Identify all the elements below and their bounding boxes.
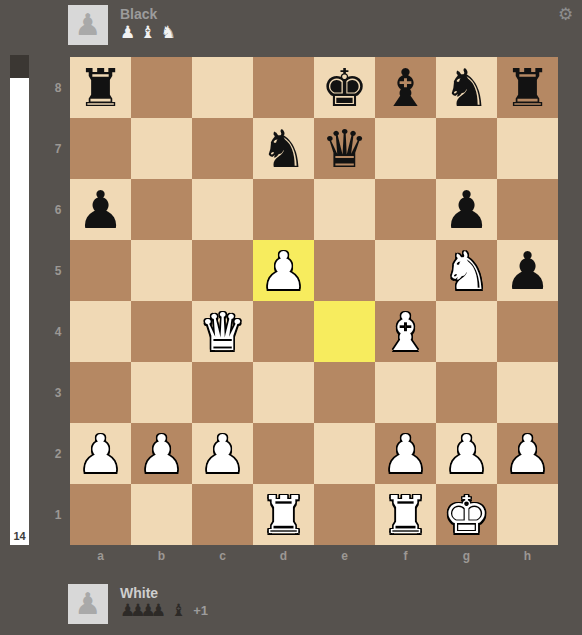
rank-label-7: 7 bbox=[48, 118, 68, 179]
square-h4[interactable] bbox=[497, 301, 558, 362]
square-f5[interactable] bbox=[375, 240, 436, 301]
piece-black-rook[interactable]: ♜ bbox=[497, 57, 558, 118]
square-g8[interactable]: ♞ bbox=[436, 57, 497, 118]
square-c4[interactable]: ♛ bbox=[192, 301, 253, 362]
captured-pawn-icon: ♟ bbox=[120, 24, 135, 41]
piece-black-pawn[interactable]: ♟ bbox=[70, 179, 131, 240]
piece-white-pawn[interactable]: ♟ bbox=[131, 423, 192, 484]
square-g4[interactable] bbox=[436, 301, 497, 362]
square-f3[interactable] bbox=[375, 362, 436, 423]
square-a3[interactable] bbox=[70, 362, 131, 423]
material-advantage: +1 bbox=[193, 603, 208, 618]
square-b8[interactable] bbox=[131, 57, 192, 118]
square-a7[interactable] bbox=[70, 118, 131, 179]
square-a4[interactable] bbox=[70, 301, 131, 362]
piece-white-rook[interactable]: ♜ bbox=[253, 484, 314, 545]
square-b6[interactable] bbox=[131, 179, 192, 240]
square-a1[interactable] bbox=[70, 484, 131, 545]
piece-white-rook[interactable]: ♜ bbox=[375, 484, 436, 545]
rank-label-6: 6 bbox=[48, 179, 68, 240]
square-a5[interactable] bbox=[70, 240, 131, 301]
square-f4[interactable]: ♝ bbox=[375, 301, 436, 362]
piece-black-rook[interactable]: ♜ bbox=[70, 57, 131, 118]
rank-label-5: 5 bbox=[48, 240, 68, 301]
square-a2[interactable]: ♟ bbox=[70, 423, 131, 484]
square-d6[interactable] bbox=[253, 179, 314, 240]
piece-black-pawn[interactable]: ♟ bbox=[436, 179, 497, 240]
square-e2[interactable] bbox=[314, 423, 375, 484]
evaluation-bar-black-segment bbox=[10, 55, 29, 78]
square-e6[interactable] bbox=[314, 179, 375, 240]
piece-black-pawn[interactable]: ♟ bbox=[497, 240, 558, 301]
square-f1[interactable]: ♜ bbox=[375, 484, 436, 545]
square-d7[interactable]: ♞ bbox=[253, 118, 314, 179]
piece-black-knight[interactable]: ♞ bbox=[253, 118, 314, 179]
square-g2[interactable]: ♟ bbox=[436, 423, 497, 484]
square-g5[interactable]: ♞ bbox=[436, 240, 497, 301]
piece-white-pawn[interactable]: ♟ bbox=[70, 423, 131, 484]
square-d4[interactable] bbox=[253, 301, 314, 362]
square-d1[interactable]: ♜ bbox=[253, 484, 314, 545]
captured-bishop-icon: ♝ bbox=[140, 24, 155, 41]
square-e5[interactable] bbox=[314, 240, 375, 301]
black-player-name: Black bbox=[120, 6, 157, 22]
square-b2[interactable]: ♟ bbox=[131, 423, 192, 484]
black-captured-row: ♟♝♞ bbox=[120, 22, 176, 42]
piece-white-pawn[interactable]: ♟ bbox=[192, 423, 253, 484]
evaluation-value: 14 bbox=[10, 530, 29, 542]
square-e1[interactable] bbox=[314, 484, 375, 545]
file-label-f: f bbox=[375, 546, 436, 566]
white-player-name: White bbox=[120, 585, 158, 601]
piece-white-pawn[interactable]: ♟ bbox=[497, 423, 558, 484]
square-f8[interactable]: ♝ bbox=[375, 57, 436, 118]
square-a8[interactable]: ♜ bbox=[70, 57, 131, 118]
piece-black-king[interactable]: ♚ bbox=[314, 57, 375, 118]
gear-icon[interactable]: ⚙ bbox=[558, 6, 573, 23]
piece-black-knight[interactable]: ♞ bbox=[436, 57, 497, 118]
rank-label-2: 2 bbox=[48, 423, 68, 484]
piece-white-pawn[interactable]: ♟ bbox=[253, 240, 314, 301]
file-label-e: e bbox=[314, 546, 375, 566]
square-f6[interactable] bbox=[375, 179, 436, 240]
square-c1[interactable] bbox=[192, 484, 253, 545]
square-h6[interactable] bbox=[497, 179, 558, 240]
square-g6[interactable]: ♟ bbox=[436, 179, 497, 240]
square-d5[interactable]: ♟ bbox=[253, 240, 314, 301]
square-b7[interactable] bbox=[131, 118, 192, 179]
piece-white-pawn[interactable]: ♟ bbox=[436, 423, 497, 484]
rank-label-1: 1 bbox=[48, 484, 68, 545]
captured-pawn-icon: ♟ bbox=[151, 602, 166, 619]
square-h8[interactable]: ♜ bbox=[497, 57, 558, 118]
square-h5[interactable]: ♟ bbox=[497, 240, 558, 301]
captured-knight-icon: ♞ bbox=[161, 24, 176, 41]
square-d8[interactable] bbox=[253, 57, 314, 118]
square-h7[interactable] bbox=[497, 118, 558, 179]
pawn-avatar-icon: ♟ bbox=[75, 589, 102, 619]
piece-white-queen[interactable]: ♛ bbox=[192, 301, 253, 362]
captured-bishop-icon: ♝ bbox=[171, 602, 186, 619]
rank-labels: 87654321 bbox=[48, 57, 68, 545]
piece-white-knight[interactable]: ♞ bbox=[436, 240, 497, 301]
square-f2[interactable]: ♟ bbox=[375, 423, 436, 484]
square-d2[interactable] bbox=[253, 423, 314, 484]
file-label-b: b bbox=[131, 546, 192, 566]
white-avatar: ♟ bbox=[68, 584, 108, 624]
file-label-h: h bbox=[497, 546, 558, 566]
piece-black-bishop[interactable]: ♝ bbox=[375, 57, 436, 118]
square-b1[interactable] bbox=[131, 484, 192, 545]
piece-black-queen[interactable]: ♛ bbox=[314, 118, 375, 179]
black-captured-pieces: ♟♝♞ bbox=[120, 24, 176, 41]
rank-label-4: 4 bbox=[48, 301, 68, 362]
evaluation-bar: 14 bbox=[10, 55, 29, 545]
square-e7[interactable]: ♛ bbox=[314, 118, 375, 179]
square-h3[interactable] bbox=[497, 362, 558, 423]
square-b4[interactable] bbox=[131, 301, 192, 362]
white-captured-row: ♟♟♟♟♝ +1 bbox=[120, 600, 208, 620]
square-c2[interactable]: ♟ bbox=[192, 423, 253, 484]
rank-label-8: 8 bbox=[48, 57, 68, 118]
square-c6[interactable] bbox=[192, 179, 253, 240]
square-h2[interactable]: ♟ bbox=[497, 423, 558, 484]
piece-white-king[interactable]: ♚ bbox=[436, 484, 497, 545]
square-a6[interactable]: ♟ bbox=[70, 179, 131, 240]
pawn-avatar-icon: ♟ bbox=[75, 10, 102, 40]
square-c8[interactable] bbox=[192, 57, 253, 118]
square-f7[interactable] bbox=[375, 118, 436, 179]
square-e3[interactable] bbox=[314, 362, 375, 423]
square-b5[interactable] bbox=[131, 240, 192, 301]
square-g1[interactable]: ♚ bbox=[436, 484, 497, 545]
square-b3[interactable] bbox=[131, 362, 192, 423]
piece-white-pawn[interactable]: ♟ bbox=[375, 423, 436, 484]
rank-label-3: 3 bbox=[48, 362, 68, 423]
square-e4[interactable] bbox=[314, 301, 375, 362]
square-g3[interactable] bbox=[436, 362, 497, 423]
chess-board: ♜♚♝♞♜♞♛♟♟♟♞♟♛♝♟♟♟♟♟♟♜♜♚ bbox=[70, 57, 558, 545]
chess-app: ♟ Black ♟♝♞ ⚙ 14 ♜♚♝♞♜♞♛♟♟♟♞♟♛♝♟♟♟♟♟♟♜♜♚… bbox=[0, 0, 582, 635]
file-labels: abcdefgh bbox=[70, 546, 558, 566]
white-captured-pieces: ♟♟♟♟♝ bbox=[120, 602, 186, 619]
file-label-c: c bbox=[192, 546, 253, 566]
square-c7[interactable] bbox=[192, 118, 253, 179]
file-label-d: d bbox=[253, 546, 314, 566]
piece-white-bishop[interactable]: ♝ bbox=[375, 301, 436, 362]
square-c5[interactable] bbox=[192, 240, 253, 301]
square-d3[interactable] bbox=[253, 362, 314, 423]
square-h1[interactable] bbox=[497, 484, 558, 545]
square-g7[interactable] bbox=[436, 118, 497, 179]
black-avatar: ♟ bbox=[68, 5, 108, 45]
square-c3[interactable] bbox=[192, 362, 253, 423]
file-label-g: g bbox=[436, 546, 497, 566]
file-label-a: a bbox=[70, 546, 131, 566]
square-e8[interactable]: ♚ bbox=[314, 57, 375, 118]
